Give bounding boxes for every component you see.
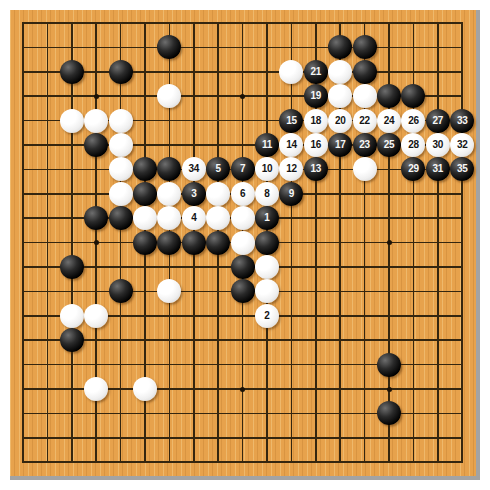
move-number-label: 2 — [264, 311, 269, 321]
go-stone-white-move-4[interactable]: 4 — [182, 206, 206, 230]
go-stone-white[interactable] — [328, 84, 352, 108]
go-stone-black[interactable] — [157, 231, 181, 255]
go-stone-white-move-26[interactable]: 26 — [401, 109, 425, 133]
go-stone-white[interactable] — [157, 182, 181, 206]
go-stone-black[interactable] — [157, 35, 181, 59]
move-number-label: 25 — [384, 140, 395, 150]
move-number-label: 5 — [216, 164, 221, 174]
go-stone-black[interactable] — [377, 401, 401, 425]
star-point — [240, 387, 245, 392]
go-stone-white-move-8[interactable]: 8 — [255, 182, 279, 206]
move-number-label: 30 — [433, 140, 444, 150]
go-stone-white[interactable] — [353, 84, 377, 108]
move-number-label: 19 — [311, 91, 322, 101]
board-frame: 2119151820222426273311141617232528303234… — [0, 0, 490, 490]
move-number-label: 29 — [408, 164, 419, 174]
go-stone-white[interactable] — [279, 60, 303, 84]
go-stone-white-move-20[interactable]: 20 — [328, 109, 352, 133]
move-number-label: 22 — [359, 116, 370, 126]
go-stone-white[interactable] — [353, 157, 377, 181]
move-number-label: 26 — [408, 116, 419, 126]
move-number-label: 24 — [384, 116, 395, 126]
go-stone-black[interactable] — [109, 60, 133, 84]
go-stone-white[interactable] — [84, 304, 108, 328]
go-stone-black-move-29[interactable]: 29 — [401, 157, 425, 181]
move-number-label: 12 — [286, 164, 297, 174]
go-stone-black[interactable] — [133, 157, 157, 181]
go-stone-black-move-19[interactable]: 19 — [304, 84, 328, 108]
go-stone-white[interactable] — [133, 377, 157, 401]
go-stone-black-move-25[interactable]: 25 — [377, 133, 401, 157]
go-stone-black-move-35[interactable]: 35 — [450, 157, 474, 181]
grid-line-horizontal — [22, 437, 463, 439]
star-point — [94, 240, 99, 245]
go-stone-black[interactable] — [60, 60, 84, 84]
move-number-label: 14 — [286, 140, 297, 150]
go-stone-black[interactable] — [133, 231, 157, 255]
go-stone-white[interactable] — [84, 109, 108, 133]
star-point — [387, 240, 392, 245]
go-stone-white-move-34[interactable]: 34 — [182, 157, 206, 181]
go-stone-white[interactable] — [60, 304, 84, 328]
move-number-label: 7 — [240, 164, 245, 174]
go-stone-white[interactable] — [328, 60, 352, 84]
go-stone-white-move-16[interactable]: 16 — [304, 133, 328, 157]
go-stone-white-move-30[interactable]: 30 — [426, 133, 450, 157]
go-stone-white-move-22[interactable]: 22 — [353, 109, 377, 133]
go-stone-black-move-17[interactable]: 17 — [328, 133, 352, 157]
go-stone-white[interactable] — [206, 182, 230, 206]
move-number-label: 6 — [240, 189, 245, 199]
go-stone-black[interactable] — [60, 255, 84, 279]
go-board[interactable]: 2119151820222426273311141617232528303234… — [10, 10, 480, 480]
move-number-label: 20 — [335, 116, 346, 126]
grid-line-vertical — [461, 22, 463, 463]
grid-line-vertical — [291, 22, 293, 463]
move-number-label: 13 — [311, 164, 322, 174]
go-stone-black-move-9[interactable]: 9 — [279, 182, 303, 206]
go-stone-black[interactable] — [328, 35, 352, 59]
move-number-label: 8 — [264, 189, 269, 199]
move-number-label: 32 — [457, 140, 468, 150]
go-stone-white-move-14[interactable]: 14 — [279, 133, 303, 157]
go-stone-black[interactable] — [182, 231, 206, 255]
star-point — [94, 94, 99, 99]
go-stone-black-move-21[interactable]: 21 — [304, 60, 328, 84]
go-stone-black[interactable] — [377, 84, 401, 108]
go-stone-black[interactable] — [377, 353, 401, 377]
move-number-label: 11 — [262, 140, 272, 150]
go-stone-white[interactable] — [133, 206, 157, 230]
go-stone-black[interactable] — [60, 328, 84, 352]
move-number-label: 18 — [311, 116, 322, 126]
go-stone-white[interactable] — [206, 206, 230, 230]
go-stone-black-move-15[interactable]: 15 — [279, 109, 303, 133]
go-stone-white[interactable] — [60, 109, 84, 133]
go-stone-black-move-27[interactable]: 27 — [426, 109, 450, 133]
go-stone-white-move-2[interactable]: 2 — [255, 304, 279, 328]
go-stone-black[interactable] — [353, 60, 377, 84]
go-stone-black-move-23[interactable]: 23 — [353, 133, 377, 157]
move-number-label: 21 — [311, 67, 322, 77]
go-stone-black[interactable] — [206, 231, 230, 255]
star-point — [240, 94, 245, 99]
move-number-label: 15 — [286, 116, 297, 126]
go-stone-black-move-11[interactable]: 11 — [255, 133, 279, 157]
go-stone-white-move-12[interactable]: 12 — [279, 157, 303, 181]
move-number-label: 3 — [191, 189, 196, 199]
move-number-label: 10 — [262, 164, 273, 174]
go-stone-white[interactable] — [231, 231, 255, 255]
go-stone-black[interactable] — [231, 279, 255, 303]
move-number-label: 9 — [289, 189, 294, 199]
go-stone-black[interactable] — [231, 255, 255, 279]
go-stone-black[interactable] — [157, 157, 181, 181]
go-stone-black-move-33[interactable]: 33 — [450, 109, 474, 133]
go-stone-white-move-6[interactable]: 6 — [231, 182, 255, 206]
go-stone-black-move-13[interactable]: 13 — [304, 157, 328, 181]
go-stone-white-move-28[interactable]: 28 — [401, 133, 425, 157]
go-stone-black-move-1[interactable]: 1 — [255, 206, 279, 230]
move-number-label: 34 — [189, 164, 200, 174]
go-stone-white[interactable] — [231, 206, 255, 230]
grid-line-horizontal — [22, 461, 463, 463]
go-stone-black[interactable] — [109, 279, 133, 303]
move-number-label: 17 — [335, 140, 346, 150]
go-stone-white[interactable] — [84, 377, 108, 401]
move-number-label: 35 — [457, 164, 468, 174]
go-stone-white-move-18[interactable]: 18 — [304, 109, 328, 133]
go-stone-black[interactable] — [109, 206, 133, 230]
go-stone-black-move-3[interactable]: 3 — [182, 182, 206, 206]
go-stone-black[interactable] — [84, 206, 108, 230]
grid-line-horizontal — [22, 339, 463, 341]
move-number-label: 1 — [264, 213, 269, 223]
star-point — [387, 387, 392, 392]
move-number-label: 28 — [408, 140, 419, 150]
go-stone-black[interactable] — [84, 133, 108, 157]
grid-line-vertical — [437, 22, 439, 463]
go-stone-white[interactable] — [255, 279, 279, 303]
go-stone-white[interactable] — [109, 182, 133, 206]
go-stone-black[interactable] — [255, 231, 279, 255]
move-number-label: 4 — [191, 213, 196, 223]
go-stone-white[interactable] — [157, 206, 181, 230]
go-stone-white[interactable] — [255, 255, 279, 279]
go-stone-black[interactable] — [133, 182, 157, 206]
go-stone-black[interactable] — [401, 84, 425, 108]
go-stone-black-move-31[interactable]: 31 — [426, 157, 450, 181]
go-stone-black-move-5[interactable]: 5 — [206, 157, 230, 181]
go-stone-white-move-10[interactable]: 10 — [255, 157, 279, 181]
go-stone-white[interactable] — [109, 157, 133, 181]
go-stone-white[interactable] — [157, 84, 181, 108]
go-stone-white[interactable] — [157, 279, 181, 303]
go-stone-black[interactable] — [353, 35, 377, 59]
go-stone-black-move-7[interactable]: 7 — [231, 157, 255, 181]
go-stone-white-move-24[interactable]: 24 — [377, 109, 401, 133]
move-number-label: 31 — [433, 164, 444, 174]
move-number-label: 23 — [359, 140, 370, 150]
move-number-label: 33 — [457, 116, 468, 126]
move-number-label: 27 — [433, 116, 444, 126]
go-stone-white-move-32[interactable]: 32 — [450, 133, 474, 157]
move-number-label: 16 — [311, 140, 322, 150]
go-stone-white[interactable] — [109, 133, 133, 157]
go-stone-white[interactable] — [109, 109, 133, 133]
